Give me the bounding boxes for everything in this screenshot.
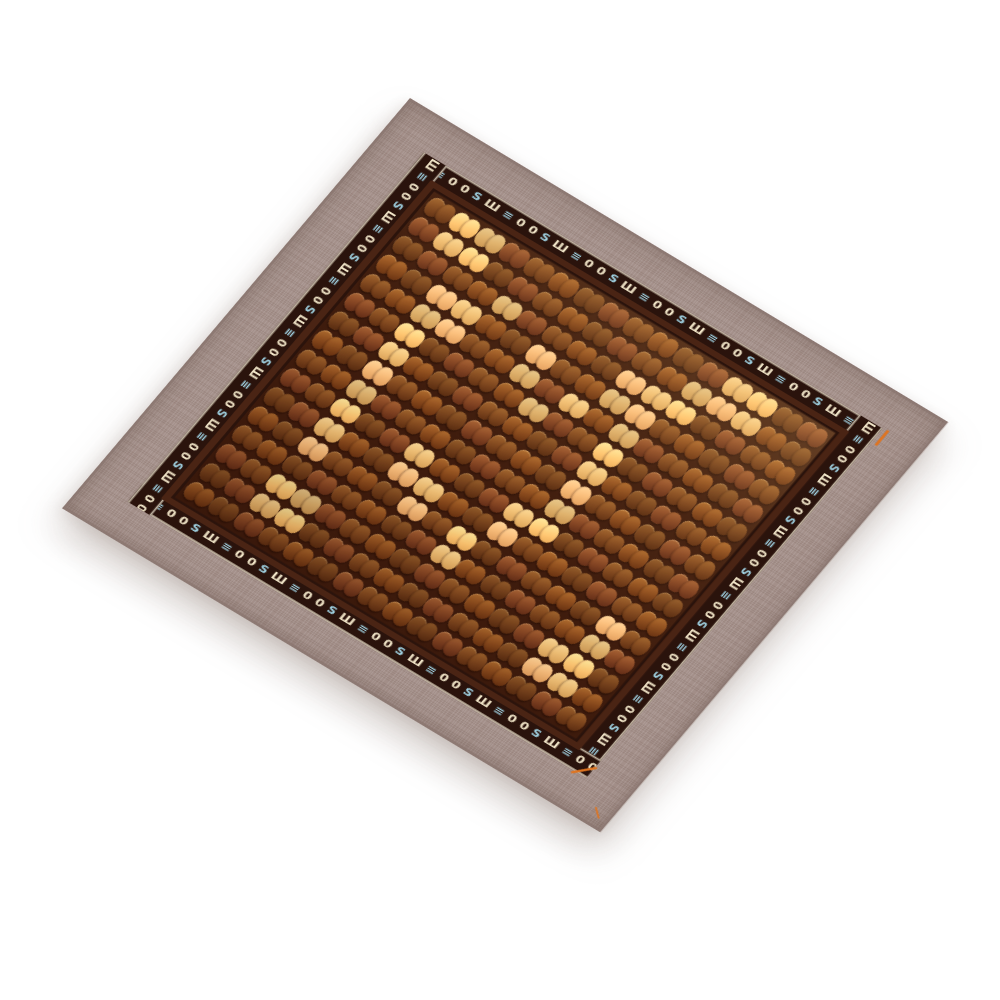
tile-grid bbox=[171, 188, 839, 742]
corner-stitch-tip bbox=[595, 807, 600, 819]
corner-stitch-bottom bbox=[570, 767, 597, 774]
corner-stitch-right bbox=[874, 430, 889, 447]
product-photo-scene: Ш≡00SШ≡00SШ≡00SШ≡00SШ≡00SШ≡00SШ≡00SШ≡00S… bbox=[0, 0, 1000, 1000]
bamboo-mat: Ш≡00SШ≡00SШ≡00SШ≡00SШ≡00SШ≡00SШ≡00SШ≡00S… bbox=[62, 98, 948, 832]
